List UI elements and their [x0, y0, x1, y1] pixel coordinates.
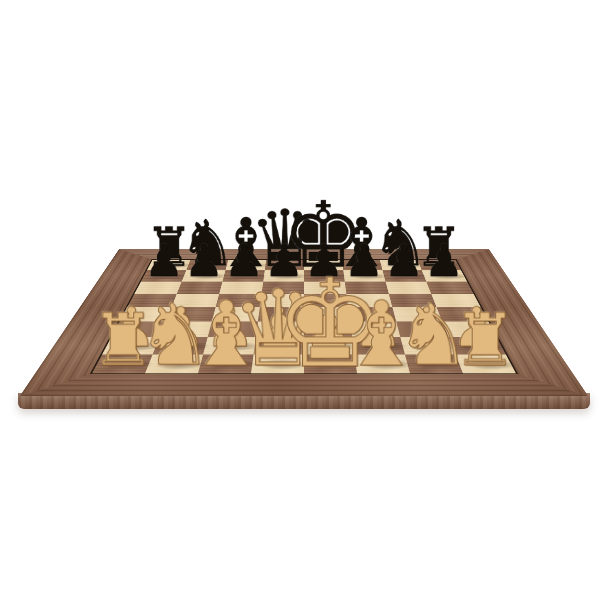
piece-shadow-g8 — [385, 262, 424, 268]
square-c6[interactable] — [219, 282, 263, 294]
piece-shadow-f2 — [359, 341, 409, 351]
square-f5[interactable] — [346, 294, 392, 307]
square-c4[interactable] — [212, 307, 260, 321]
scene: ♜♞♝♛♚♝♞♜♟♟♟♟♟♟♟♟♟♟♟♟♟♟♟♟♜♞♝♛♚♝♞♜ — [0, 0, 600, 600]
square-g5[interactable] — [389, 294, 437, 307]
square-a6[interactable] — [134, 282, 181, 294]
piece-shadow-d8 — [270, 262, 308, 268]
square-d3[interactable] — [256, 321, 304, 337]
piece-shadow-f1 — [361, 359, 413, 370]
piece-shadow-d1 — [258, 359, 309, 370]
piece-shadow-e2 — [310, 341, 358, 351]
piece-shadow-e1 — [310, 359, 361, 370]
square-g4[interactable] — [392, 307, 442, 321]
piece-shadow-f8 — [347, 262, 386, 268]
square-a5[interactable] — [127, 294, 176, 307]
piece-shadow-f7 — [349, 273, 389, 279]
square-b6[interactable] — [177, 282, 223, 294]
square-a3[interactable] — [111, 321, 165, 337]
square-e3[interactable] — [304, 321, 352, 337]
square-e5[interactable] — [304, 294, 348, 307]
square-e6[interactable] — [304, 282, 346, 294]
piece-shadow-d7 — [269, 273, 308, 279]
square-b4[interactable] — [166, 307, 216, 321]
square-f6[interactable] — [345, 282, 389, 294]
square-h4[interactable] — [436, 307, 488, 321]
playing-area — [90, 259, 519, 374]
square-f4[interactable] — [348, 307, 396, 321]
square-g6[interactable] — [386, 282, 432, 294]
square-d6[interactable] — [262, 282, 304, 294]
piece-shadow-d2 — [260, 341, 308, 351]
square-h5[interactable] — [431, 294, 480, 307]
square-c3[interactable] — [208, 321, 258, 337]
square-h3[interactable] — [442, 321, 496, 337]
square-b3[interactable] — [159, 321, 211, 337]
square-b5[interactable] — [172, 294, 220, 307]
square-c5[interactable] — [216, 294, 262, 307]
square-f3[interactable] — [350, 321, 400, 337]
product-photo-stage: ♜♞♝♛♚♝♞♜♟♟♟♟♟♟♟♟♟♟♟♟♟♟♟♟♜♞♝♛♚♝♞♜ — [0, 0, 600, 600]
square-h6[interactable] — [426, 282, 473, 294]
square-e4[interactable] — [304, 307, 350, 321]
square-g3[interactable] — [396, 321, 448, 337]
chess-board: ♜♞♝♛♚♝♞♜♟♟♟♟♟♟♟♟♟♟♟♟♟♟♟♟♜♞♝♛♚♝♞♜ — [20, 249, 588, 396]
piece-shadow-e7 — [309, 273, 348, 279]
piece-shadow-e8 — [309, 262, 347, 268]
square-d5[interactable] — [260, 294, 304, 307]
square-a4[interactable] — [120, 307, 172, 321]
square-d4[interactable] — [258, 307, 304, 321]
